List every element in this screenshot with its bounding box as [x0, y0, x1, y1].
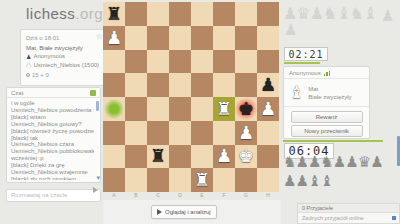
captured-pawn-icon: ♟: [381, 7, 394, 25]
captured-bishop-icon: ♝: [363, 4, 376, 23]
square-d1[interactable]: [169, 168, 191, 192]
status-title: Mat: [308, 85, 351, 93]
chat-input[interactable]: [6, 189, 101, 202]
square-a5[interactable]: [103, 73, 125, 97]
coord-c: C: [147, 192, 169, 199]
square-a6[interactable]: [103, 50, 125, 74]
square-g7[interactable]: [235, 26, 257, 50]
square-b6[interactable]: [125, 50, 147, 74]
captured-white-row2: ♟: [284, 21, 297, 39]
chat-message: wcześniej :p: [11, 155, 94, 162]
square-b7[interactable]: [125, 26, 147, 50]
friends-status: Żadnych przyjaciół online: [298, 213, 399, 224]
square-c7[interactable]: [147, 26, 169, 50]
player-black-name: Anonymous: [33, 53, 65, 61]
winner-piece-icon: ♝: [289, 84, 304, 101]
square-f2[interactable]: ♟: [213, 145, 235, 169]
square-a4[interactable]: [103, 97, 125, 121]
send-icon[interactable]: [93, 187, 98, 193]
chat-message: Usmiech_Niebios gotowy?: [11, 121, 94, 128]
chat-message: [black] witam: [11, 114, 94, 121]
square-e3[interactable]: [191, 121, 213, 145]
captured-pawn-icon: ♟: [295, 153, 307, 171]
coord-g: G: [235, 192, 257, 199]
opponent-name: Anonymous: [289, 70, 321, 76]
coord-h: H: [257, 192, 279, 199]
square-e7[interactable]: [191, 26, 213, 50]
captured-black-row1: ♞♟♟♞♟♟♛♟: [283, 153, 383, 171]
square-c2[interactable]: ♜: [147, 145, 169, 169]
coord-b: B: [125, 192, 147, 199]
white-pawn-f2[interactable]: ♟: [216, 147, 232, 165]
square-d6[interactable]: [169, 50, 191, 74]
friends-header[interactable]: 0 Przyjaciele: [298, 204, 399, 213]
white-color-icon: ♟: [26, 62, 31, 68]
square-h1[interactable]: [257, 168, 279, 192]
captured-pawn-icon: ♟: [283, 172, 295, 190]
chat-message: Usmiech_Niebios wzajemnie: [11, 169, 94, 176]
captured-knight-icon: ♞: [323, 4, 336, 23]
square-f8[interactable]: [213, 2, 235, 26]
watch-analyze-label: Oglądaj i analizuj: [165, 209, 211, 215]
square-g1[interactable]: [235, 168, 257, 192]
chess-board: ♜♟♟♜♚♟♟♜♟♚♜: [103, 2, 279, 192]
captured-black-row2: ♟♟♝♝: [283, 172, 333, 190]
friends-settings-icon[interactable]: [392, 216, 396, 220]
square-c6[interactable]: [147, 50, 169, 74]
square-e6[interactable]: [191, 50, 213, 74]
coord-a: A: [103, 192, 125, 199]
captured-knight-icon: ♞: [320, 153, 332, 171]
captured-white-row1-right: ♟: [381, 7, 394, 25]
captured-pawn-icon: ♟: [370, 153, 382, 171]
white-pawn-h4[interactable]: ♟: [260, 100, 276, 118]
square-f4[interactable]: ♜: [213, 97, 235, 121]
captured-queen-icon: ♛: [358, 153, 370, 171]
new-opponent-button[interactable]: Nowy przeciwnik: [291, 125, 363, 137]
square-g5[interactable]: [235, 73, 257, 97]
square-b8[interactable]: [125, 2, 147, 26]
chat-toggle-icon[interactable]: [90, 90, 96, 96]
square-f7[interactable]: [213, 26, 235, 50]
square-d5[interactable]: [169, 73, 191, 97]
square-h5[interactable]: ♟: [257, 73, 279, 97]
white-rook-f4[interactable]: ♜: [216, 100, 232, 118]
square-g2[interactable]: ♚: [235, 145, 257, 169]
opponent-row: Anonymous: [284, 67, 369, 79]
square-g3[interactable]: ♟: [235, 121, 257, 145]
square-a3[interactable]: [103, 121, 125, 145]
white-king-g2[interactable]: ♚: [238, 147, 254, 165]
square-c3[interactable]: [147, 121, 169, 145]
player-white-name: Usmiech_Niebios (1500): [33, 62, 99, 70]
black-clock: 02:21: [284, 47, 328, 61]
square-g4[interactable]: ♚: [235, 97, 257, 121]
square-f1[interactable]: [213, 168, 235, 192]
board-coordinates: ABCDEFGH: [103, 192, 279, 199]
square-a8[interactable]: ♜: [103, 2, 125, 26]
coord-f: F: [213, 192, 235, 199]
game-result-text: Mat, Białe zwyciężyły: [26, 44, 102, 52]
favorite-star-icon[interactable]: ☆: [96, 32, 103, 41]
square-b3[interactable]: [125, 121, 147, 145]
square-a1[interactable]: [103, 168, 125, 192]
black-rook-c2[interactable]: ♜: [150, 147, 166, 165]
chat-message: Usmiech_Niebios powodzenia :): [11, 107, 94, 114]
coord-e: E: [191, 192, 213, 199]
game-side-panel: Anonymous ♝ Mat Białe zwyciężyły Rewanż …: [283, 66, 370, 139]
chat-scroll-down-icon[interactable]: ▾: [96, 175, 100, 181]
status-subtitle: Białe zwyciężyły: [308, 93, 351, 101]
captured-pawn-icon: ♟: [310, 4, 323, 23]
square-h8[interactable]: [257, 2, 279, 26]
chat-message: [black] również życzę powodzenia: [11, 128, 94, 135]
captured-pawn-icon: ♟: [284, 21, 297, 39]
result-row: ♝ Mat Białe zwyciężyły: [284, 79, 369, 107]
captured-bishop-icon: ♝: [336, 4, 349, 23]
square-g8[interactable]: [235, 2, 257, 26]
square-d3[interactable]: [169, 121, 191, 145]
time-control-value: 15 + 0: [32, 72, 49, 78]
captured-queen-icon: ♛: [296, 4, 309, 23]
captured-bishop-icon: ♝: [320, 172, 332, 190]
chat-message: Usmiech_Niebios pobblokowałeś się: [11, 148, 94, 155]
chat-message: i w ogóle: [11, 100, 94, 107]
captured-knight-icon: ♞: [350, 4, 363, 23]
chat-message: [black] zły ruch pionkiem: [11, 176, 94, 180]
square-f5[interactable]: [213, 73, 235, 97]
square-f6[interactable]: [213, 50, 235, 74]
square-h2[interactable]: [257, 145, 279, 169]
chat-header: Czat: [7, 88, 100, 98]
chat-scrollbar[interactable]: [96, 101, 99, 111]
square-b4[interactable]: [125, 97, 147, 121]
square-g6[interactable]: [235, 50, 257, 74]
square-a7[interactable]: ♟: [103, 26, 125, 50]
captured-pawn-icon: ♟: [295, 172, 307, 190]
square-e4[interactable]: [191, 97, 213, 121]
square-d4[interactable]: [169, 97, 191, 121]
square-e8[interactable]: [191, 2, 213, 26]
chat-title: Czat: [11, 90, 23, 96]
chat-message: [black] Dzięki za grę: [11, 162, 94, 169]
captured-pawn-icon: ♟: [308, 153, 320, 171]
square-e5[interactable]: [191, 73, 213, 97]
logo-main: lichess: [26, 5, 75, 22]
square-c8[interactable]: [147, 2, 169, 26]
white-rook-e1[interactable]: ♜: [194, 171, 210, 189]
captured-pawn-icon: ♟: [345, 153, 357, 171]
signal-icon: [324, 71, 331, 76]
time-control-line: 15 + 0: [26, 72, 102, 78]
black-pawn-h5[interactable]: ♟: [260, 76, 276, 94]
coord-d: D: [169, 192, 191, 199]
square-d8[interactable]: [169, 2, 191, 26]
captured-bishop-icon: ♝: [308, 172, 320, 190]
square-c4[interactable]: [147, 97, 169, 121]
chat-input-wrap: [6, 183, 101, 196]
captured-pawn-icon: ♟: [333, 153, 345, 171]
clock-icon: [26, 73, 30, 77]
side-buttons: Rewanż Nowy przeciwnik: [284, 107, 369, 141]
square-f3[interactable]: [213, 121, 235, 145]
square-e2[interactable]: [191, 145, 213, 169]
chat-message-list: i w ogóleUsmiech_Niebios powodzenia :)[b…: [7, 99, 94, 180]
square-b5[interactable]: [125, 73, 147, 97]
logo-suffix: .org: [75, 5, 103, 22]
player-white-line: ♟ Usmiech_Niebios (1500): [26, 62, 102, 70]
square-c1[interactable]: [147, 168, 169, 192]
square-h7[interactable]: [257, 26, 279, 50]
black-rook-a8[interactable]: ♜: [106, 5, 122, 23]
square-a2[interactable]: [103, 145, 125, 169]
square-d2[interactable]: [169, 145, 191, 169]
play-icon: [157, 209, 162, 215]
square-h6[interactable]: [257, 50, 279, 74]
chat-message: [black] tak: [11, 135, 94, 142]
square-d7[interactable]: [169, 26, 191, 50]
square-b2[interactable]: [125, 145, 147, 169]
watch-analyze-button[interactable]: Oglądaj i analizuj: [151, 205, 217, 219]
square-c5[interactable]: [147, 73, 169, 97]
game-date: Dziś o 18:01: [26, 34, 102, 42]
white-pawn-a7[interactable]: ♟: [106, 29, 122, 47]
square-h3[interactable]: [257, 121, 279, 145]
black-color-icon: ♟: [26, 54, 31, 60]
square-b1[interactable]: [125, 168, 147, 192]
captured-knight-icon: ♞: [283, 153, 295, 171]
player-black-line: ♟ Anonymous: [26, 53, 102, 61]
square-h4[interactable]: ♟: [257, 97, 279, 121]
friends-box: 0 Przyjaciele Żadnych przyjaciół online: [297, 203, 400, 224]
white-pawn-g3[interactable]: ♟: [238, 124, 254, 142]
square-e1[interactable]: ♜: [191, 168, 213, 192]
chat-panel: Czat i w ogóleUsmiech_Niebios powodzenia…: [6, 87, 101, 183]
black-time-bar: [284, 62, 320, 64]
game-info-card: Dziś o 18:01 ☆ Mat, Białe zwyciężyły ♟ A…: [20, 29, 108, 86]
site-logo[interactable]: lichess.org: [26, 5, 103, 22]
chat-message: Usmiech_Niebios czara: [11, 141, 94, 148]
black-king-g4[interactable]: ♚: [238, 100, 254, 118]
rematch-button[interactable]: Rewanż: [291, 111, 363, 123]
